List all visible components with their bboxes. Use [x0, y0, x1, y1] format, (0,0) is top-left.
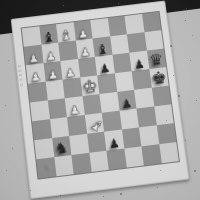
dust-speck [185, 140, 186, 141]
dust-speck [192, 35, 193, 36]
square-c7[interactable] [58, 41, 77, 62]
square-b6[interactable]: ♟ [43, 61, 62, 82]
dust-speck [8, 60, 9, 61]
square-d6[interactable] [78, 57, 98, 78]
piece-black-pawn-f4[interactable]: ♟ [121, 97, 133, 110]
square-b8[interactable]: ♝ [39, 24, 58, 44]
piece-white-pawn-d8[interactable]: ♟ [77, 27, 89, 40]
square-c3[interactable] [67, 115, 87, 136]
piece-black-knight-b2[interactable]: ♞ [54, 140, 69, 157]
square-c8[interactable]: ♝ [56, 22, 75, 42]
piece-white-pawn-c6[interactable]: ♟ [64, 66, 76, 79]
dust-speck [196, 100, 197, 101]
square-d5[interactable]: ♚ [80, 75, 100, 96]
square-a6[interactable]: ♟ [26, 63, 45, 84]
square-a5[interactable] [28, 82, 47, 103]
piece-white-bishop-c8[interactable]: ♝ [59, 27, 73, 42]
piece-black-pawn-e6[interactable]: ♟ [99, 62, 111, 75]
square-a2[interactable] [34, 138, 54, 159]
square-c4[interactable]: ♟ [65, 96, 85, 117]
square-b3[interactable] [50, 117, 70, 138]
piece-white-pawn-c4[interactable]: ♟ [69, 103, 81, 116]
piece-black-pawn-g6[interactable]: ♟ [133, 58, 145, 71]
piece-white-pawn-d7[interactable]: ♟ [79, 46, 91, 59]
mat-brand-text: CHESS [17, 63, 24, 86]
square-h3[interactable] [154, 104, 174, 125]
piece-black-pawn-e2[interactable]: ♟ [108, 137, 120, 150]
piece-white-pawn-b7[interactable]: ♟ [45, 50, 57, 63]
dust-speck [12, 148, 13, 149]
square-a3[interactable] [32, 119, 52, 140]
piece-white-pawn-b6[interactable]: ♟ [47, 68, 59, 81]
square-h8[interactable] [142, 12, 162, 32]
dust-speck [5, 105, 6, 106]
piece-black-queen-h6[interactable]: ♛ [148, 52, 164, 69]
square-h6[interactable]: ♛ [146, 49, 166, 70]
square-b1[interactable] [54, 155, 74, 176]
dust-speck [185, 20, 186, 21]
dust-speck [194, 170, 196, 172]
piece-white-pawn-a7[interactable]: ♟ [28, 52, 40, 65]
square-c2[interactable] [69, 134, 89, 155]
dust-speck [190, 60, 191, 61]
square-a7[interactable]: ♟ [24, 45, 43, 66]
square-h1[interactable] [159, 142, 179, 163]
square-a1[interactable]: ♞ [36, 157, 56, 178]
dust-speck [6, 170, 7, 171]
dust-speck [120, 193, 122, 195]
vinyl-chess-mat: CHESS ♝♝♟♟♟♟♝♟♟♟♟♟♛♚♚♟♟♝♞♟♞ [11, 0, 190, 199]
photo-of-chess-board: CHESS ♝♝♟♟♟♟♝♟♟♟♟♟♛♚♚♟♟♝♞♟♞ [0, 0, 200, 200]
square-h7[interactable] [144, 30, 164, 50]
square-d1[interactable] [89, 151, 109, 172]
square-b2[interactable]: ♞ [52, 136, 72, 157]
square-b5[interactable] [45, 80, 65, 101]
square-a8[interactable] [22, 26, 41, 46]
piece-black-bishop-e7[interactable]: ♝ [96, 42, 110, 57]
dust-speck [103, 196, 104, 197]
square-c6[interactable]: ♟ [60, 59, 79, 80]
piece-black-king-h5[interactable]: ♚ [150, 69, 167, 87]
square-c1[interactable] [71, 153, 91, 174]
board-grid: ♝♝♟♟♟♟♝♟♟♟♟♟♛♚♚♟♟♝♞♟♞ [21, 11, 180, 180]
square-b4[interactable] [47, 98, 67, 119]
piece-black-bishop-b8[interactable]: ♝ [42, 29, 56, 44]
square-d7[interactable]: ♟ [75, 38, 94, 59]
square-a4[interactable] [30, 100, 50, 121]
square-b7[interactable]: ♟ [41, 43, 60, 64]
square-h5[interactable]: ♚ [149, 67, 169, 88]
dust-speck [157, 187, 158, 188]
square-d3[interactable]: ♝ [84, 113, 104, 134]
square-d8[interactable]: ♟ [73, 20, 92, 40]
square-c5[interactable] [63, 78, 83, 99]
square-h2[interactable] [156, 123, 176, 144]
square-d4[interactable] [82, 94, 102, 115]
piece-white-king-d5[interactable]: ♚ [81, 78, 98, 97]
square-h4[interactable] [151, 86, 171, 107]
piece-white-pawn-a6[interactable]: ♟ [30, 70, 42, 83]
corner-logo-knight-icon: ♞ [41, 162, 51, 173]
